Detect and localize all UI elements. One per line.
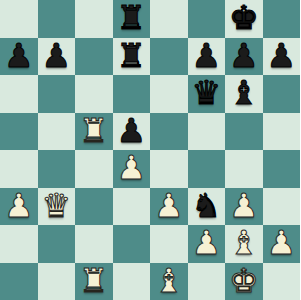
square-d2[interactable] — [113, 225, 151, 263]
square-d3[interactable] — [113, 188, 151, 226]
square-f4[interactable] — [188, 150, 226, 188]
piece-black-bishop[interactable]: ♝ — [229, 76, 259, 109]
square-a2[interactable] — [0, 225, 38, 263]
piece-white-pawn[interactable]: ♟ — [191, 226, 221, 259]
square-f1[interactable] — [188, 263, 226, 300]
square-b7[interactable]: ♟ — [38, 38, 76, 76]
square-g1[interactable]: ♚ — [225, 263, 263, 300]
piece-black-knight[interactable]: ♞ — [191, 189, 221, 222]
square-c3[interactable] — [75, 188, 113, 226]
piece-white-pawn[interactable]: ♟ — [154, 189, 184, 222]
square-g6[interactable]: ♝ — [225, 75, 263, 113]
square-f3[interactable]: ♞ — [188, 188, 226, 226]
square-e6[interactable] — [150, 75, 188, 113]
piece-black-pawn[interactable]: ♟ — [229, 39, 259, 72]
square-h8[interactable] — [263, 0, 301, 38]
square-h2[interactable]: ♟ — [263, 225, 301, 263]
square-a6[interactable] — [0, 75, 38, 113]
square-e4[interactable] — [150, 150, 188, 188]
square-f8[interactable] — [188, 0, 226, 38]
square-d7[interactable]: ♜ — [113, 38, 151, 76]
square-g7[interactable]: ♟ — [225, 38, 263, 76]
square-f6[interactable]: ♛ — [188, 75, 226, 113]
square-d1[interactable] — [113, 263, 151, 300]
piece-black-queen[interactable]: ♛ — [191, 76, 221, 109]
square-b8[interactable] — [38, 0, 76, 38]
piece-white-pawn[interactable]: ♟ — [229, 189, 259, 222]
square-e7[interactable] — [150, 38, 188, 76]
piece-white-rook[interactable]: ♜ — [79, 264, 109, 297]
square-h6[interactable] — [263, 75, 301, 113]
square-b4[interactable] — [38, 150, 76, 188]
square-a1[interactable] — [0, 263, 38, 300]
square-f2[interactable]: ♟ — [188, 225, 226, 263]
square-b5[interactable] — [38, 113, 76, 151]
square-c8[interactable] — [75, 0, 113, 38]
square-g8[interactable]: ♚ — [225, 0, 263, 38]
square-e8[interactable] — [150, 0, 188, 38]
piece-black-rook[interactable]: ♜ — [116, 39, 146, 72]
square-a8[interactable] — [0, 0, 38, 38]
square-a3[interactable]: ♟ — [0, 188, 38, 226]
square-b3[interactable]: ♛ — [38, 188, 76, 226]
square-e3[interactable]: ♟ — [150, 188, 188, 226]
square-b6[interactable] — [38, 75, 76, 113]
square-h1[interactable] — [263, 263, 301, 300]
chess-board: ♜♚♟♟♜♟♟♟♛♝♜♟♟♟♛♟♞♟♟♝♟♜♝♚ — [0, 0, 300, 300]
piece-black-pawn[interactable]: ♟ — [4, 39, 34, 72]
square-h7[interactable]: ♟ — [263, 38, 301, 76]
square-h4[interactable] — [263, 150, 301, 188]
square-a4[interactable] — [0, 150, 38, 188]
piece-white-pawn[interactable]: ♟ — [4, 189, 34, 222]
piece-black-rook[interactable]: ♜ — [116, 1, 146, 34]
square-b1[interactable] — [38, 263, 76, 300]
piece-white-queen[interactable]: ♛ — [41, 189, 71, 222]
square-h3[interactable] — [263, 188, 301, 226]
square-d5[interactable]: ♟ — [113, 113, 151, 151]
piece-black-pawn[interactable]: ♟ — [116, 114, 146, 147]
square-c5[interactable]: ♜ — [75, 113, 113, 151]
square-f7[interactable]: ♟ — [188, 38, 226, 76]
square-e5[interactable] — [150, 113, 188, 151]
square-h5[interactable] — [263, 113, 301, 151]
piece-white-pawn[interactable]: ♟ — [266, 226, 296, 259]
square-b2[interactable] — [38, 225, 76, 263]
piece-black-king[interactable]: ♚ — [229, 1, 259, 34]
square-c2[interactable] — [75, 225, 113, 263]
square-d4[interactable]: ♟ — [113, 150, 151, 188]
square-a5[interactable] — [0, 113, 38, 151]
square-c1[interactable]: ♜ — [75, 263, 113, 300]
square-a7[interactable]: ♟ — [0, 38, 38, 76]
square-g3[interactable]: ♟ — [225, 188, 263, 226]
piece-black-pawn[interactable]: ♟ — [41, 39, 71, 72]
piece-white-bishop[interactable]: ♝ — [154, 264, 184, 297]
square-f5[interactable] — [188, 113, 226, 151]
square-d8[interactable]: ♜ — [113, 0, 151, 38]
piece-black-pawn[interactable]: ♟ — [266, 39, 296, 72]
square-c7[interactable] — [75, 38, 113, 76]
square-g2[interactable]: ♝ — [225, 225, 263, 263]
piece-white-king[interactable]: ♚ — [229, 264, 259, 297]
piece-white-rook[interactable]: ♜ — [79, 114, 109, 147]
square-d6[interactable] — [113, 75, 151, 113]
square-g5[interactable] — [225, 113, 263, 151]
square-c4[interactable] — [75, 150, 113, 188]
square-e1[interactable]: ♝ — [150, 263, 188, 300]
square-g4[interactable] — [225, 150, 263, 188]
piece-white-bishop[interactable]: ♝ — [229, 226, 259, 259]
square-c6[interactable] — [75, 75, 113, 113]
piece-white-pawn[interactable]: ♟ — [116, 151, 146, 184]
piece-black-pawn[interactable]: ♟ — [191, 39, 221, 72]
square-e2[interactable] — [150, 225, 188, 263]
